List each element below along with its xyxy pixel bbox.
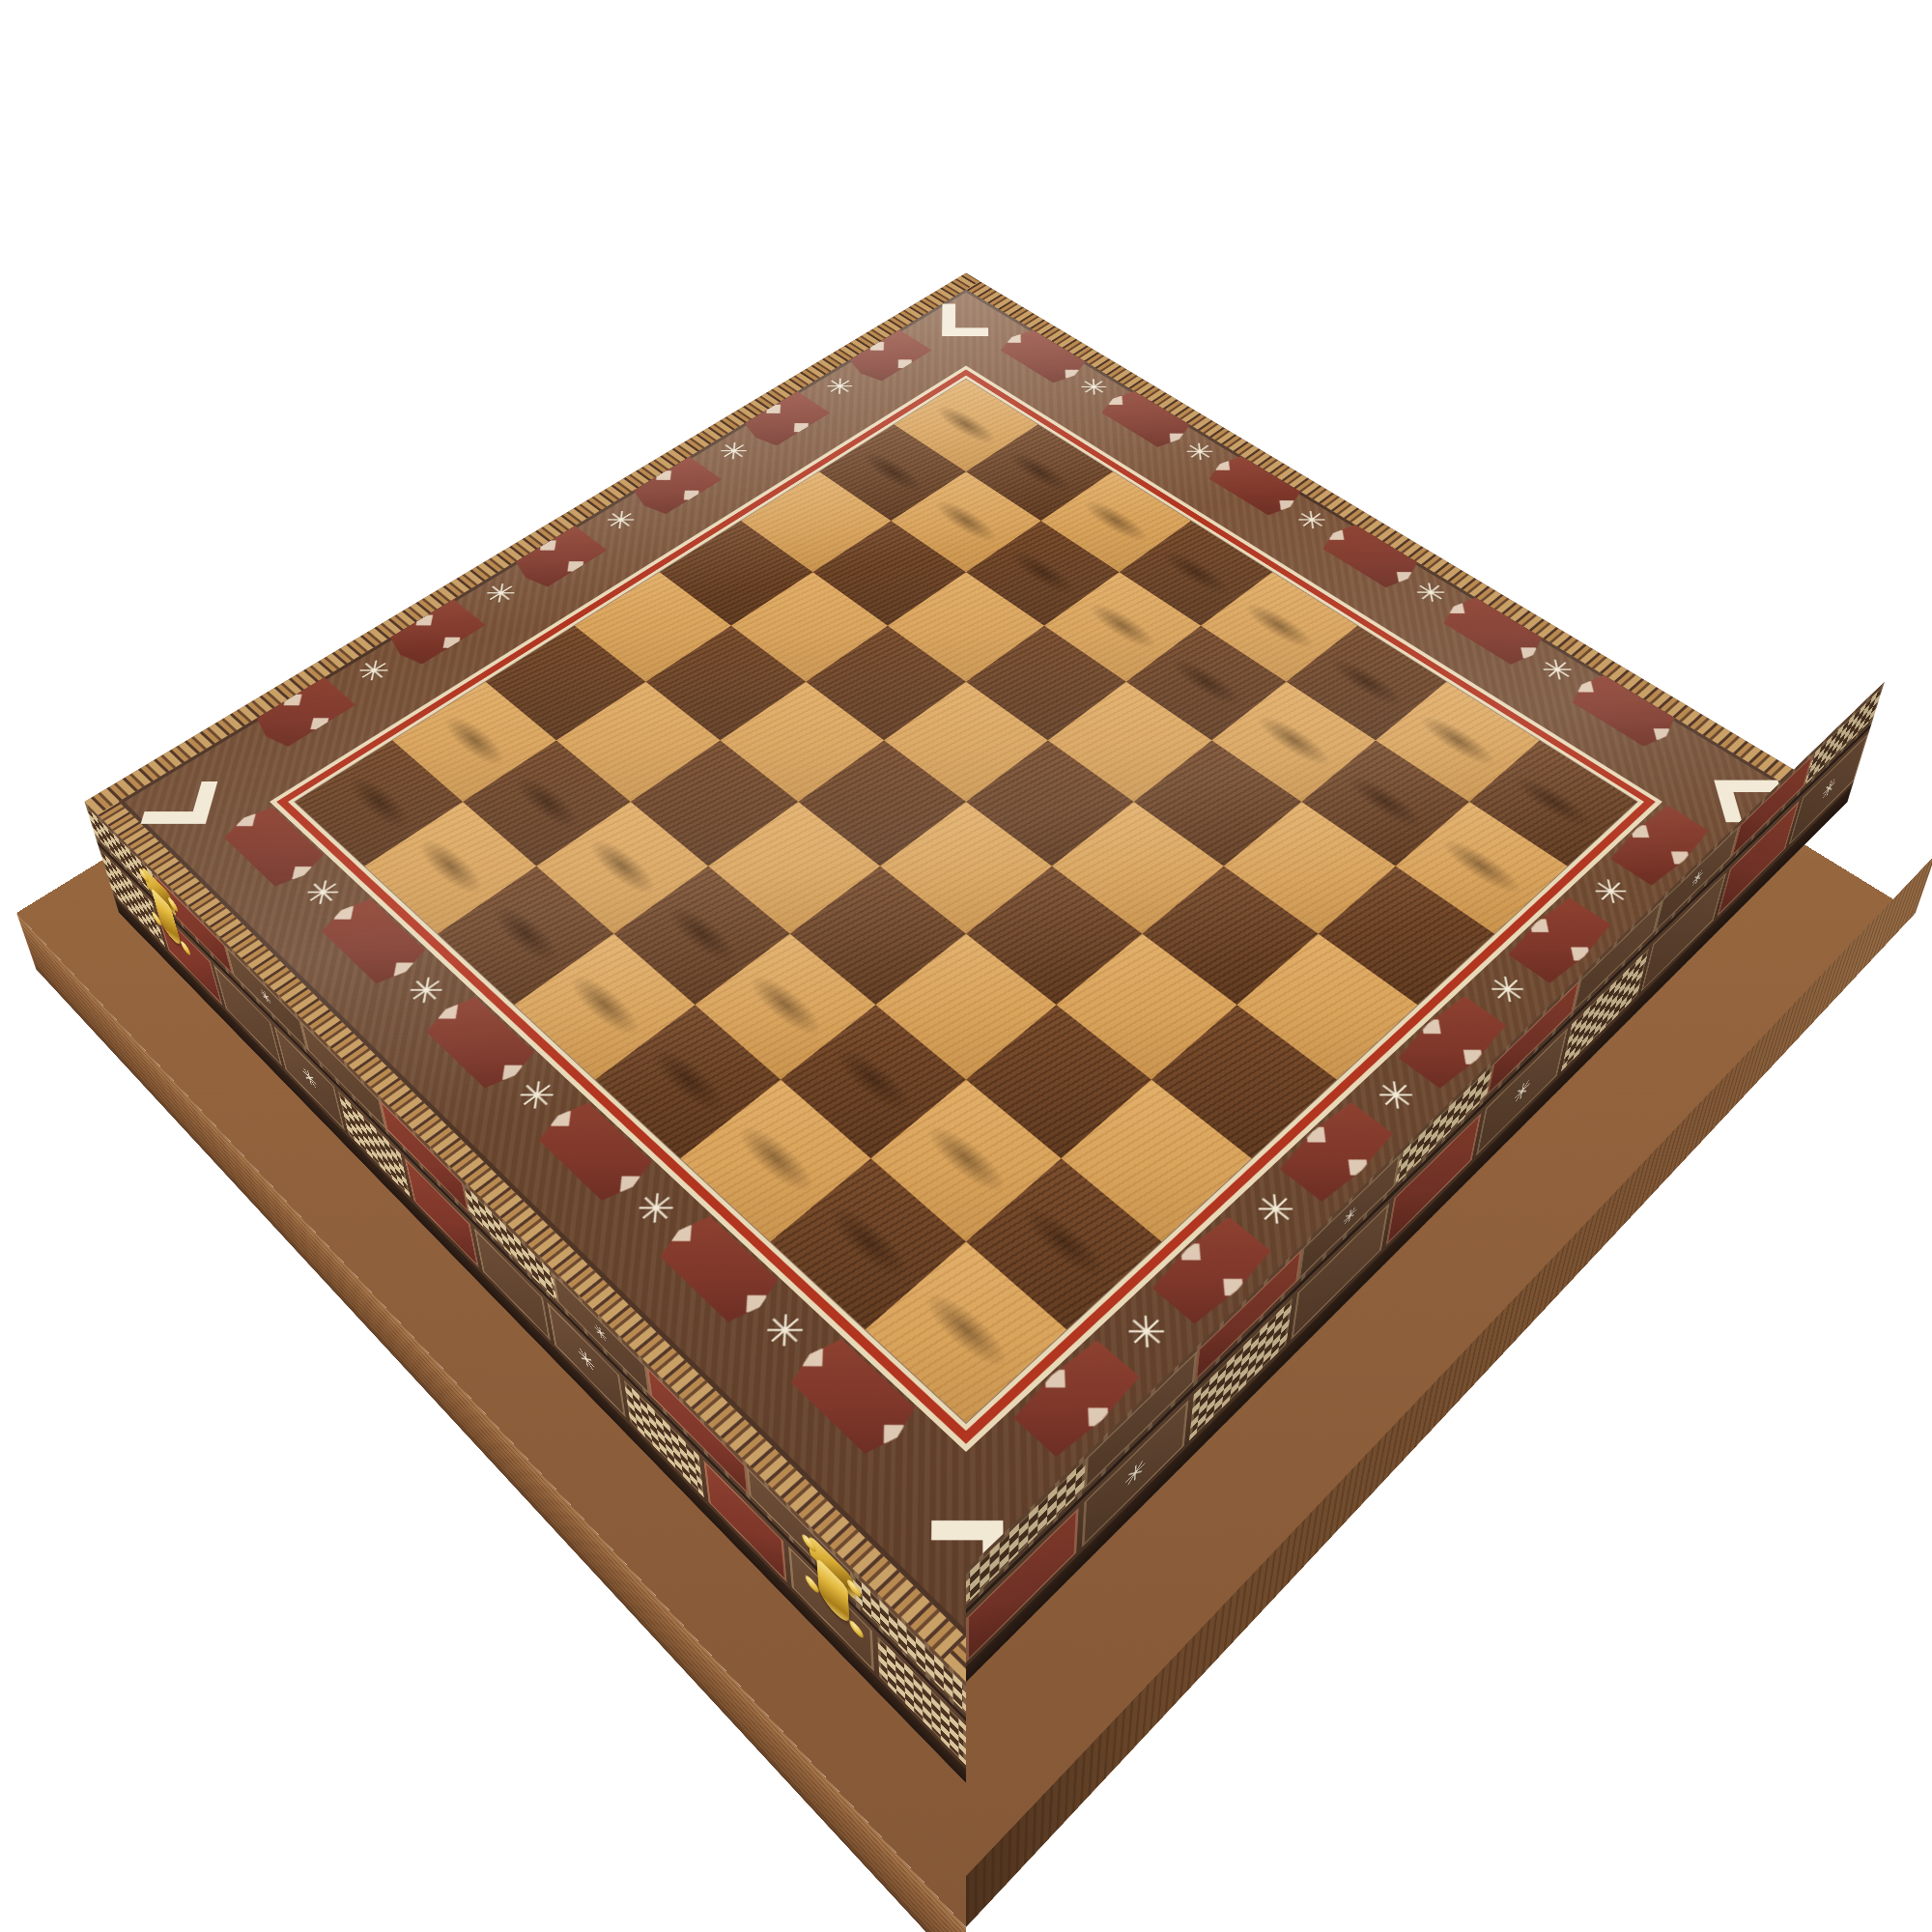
piece-black-pawn-h7: ♟ [1422, 741, 1540, 872]
star-rosette-icon: ✳ [1341, 1202, 1358, 1232]
star-rosette-icon: ✳ [476, 577, 525, 610]
star-rosette-icon: ✳ [1123, 1452, 1147, 1493]
product-photo-canvas: ✳✳✳✳✳ ✳✳✳✳✳ ✳✳✳✳✳ ✳✳✳✳✳ ✳✳✳✳ ✳✳✳✳✳ [0, 0, 1932, 1932]
scene: ✳✳✳✳✳ ✳✳✳✳✳ ✳✳✳✳✳ ✳✳✳✳✳ ✳✳✳✳ ✳✳✳✳✳ [0, 0, 1932, 1932]
star-rosette-icon: ✳ [259, 984, 274, 1010]
square-f6 [1134, 740, 1302, 866]
square-g4 [1056, 934, 1236, 1080]
star-rosette-icon: ✳ [1690, 865, 1705, 892]
piece-white-rook-h1: ♜ [881, 1147, 1052, 1337]
chess-box-top: ✳✳✳✳✳ ✳✳✳✳✳ ✳✳✳✳✳ ✳✳✳✳✳ ✳✳✳✳ ✳✳✳✳✳ [85, 273, 1848, 1683]
square-f4 [966, 867, 1142, 1006]
square-g5 [1142, 867, 1318, 1006]
star-rosette-icon: ✳ [711, 437, 756, 467]
square-e5 [966, 740, 1134, 866]
